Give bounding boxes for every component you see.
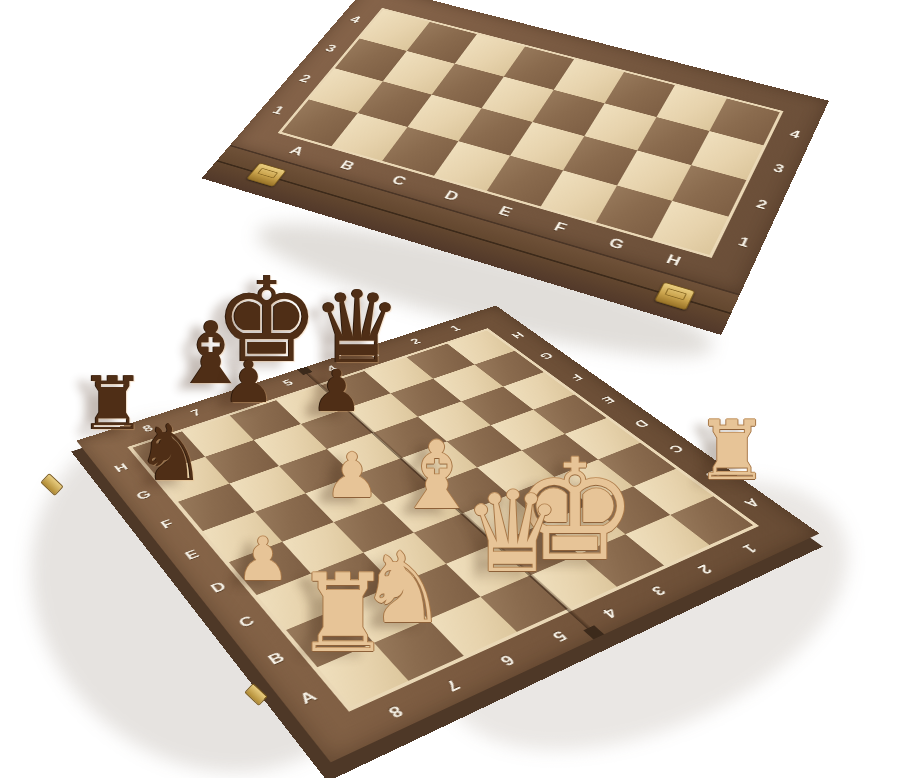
black-knight-f8[interactable]: ♞ [136,414,206,492]
white-queen-a5[interactable]: ♛ [463,476,563,588]
white-pawn-d6[interactable]: ♟ [324,445,380,507]
white-rook-a8[interactable]: ♜ [295,560,392,668]
white-pawn-c8[interactable]: ♟ [236,529,290,589]
white-rook-a1[interactable]: ♜ [695,410,769,492]
pieces-layer: ♚♛♝♟♟♜♞♜♟♝♚♛♟♞♜ [0,0,900,778]
black-pawn-f5[interactable]: ♟ [311,362,363,420]
black-pawn-g6[interactable]: ♟ [223,353,275,411]
chess-set-photo: ABCDEFGH43214321 8765432187654321HGFEDCB… [0,0,900,778]
